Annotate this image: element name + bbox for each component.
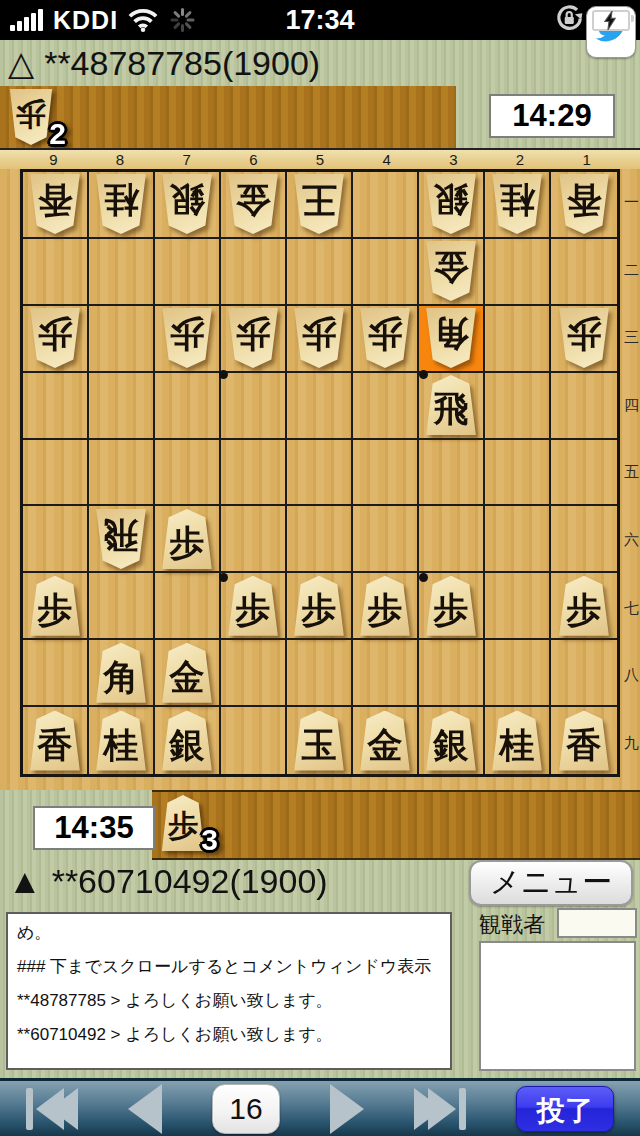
spectators-count-box	[557, 908, 637, 938]
menu-button[interactable]: メニュー	[469, 860, 633, 906]
nav-first-button[interactable]	[26, 1088, 78, 1130]
square-5二[interactable]	[287, 239, 353, 306]
shogi-piece-銀: 銀	[160, 711, 214, 771]
shogi-piece-歩: 歩	[292, 576, 346, 636]
shogi-piece-角: 角	[94, 643, 148, 703]
square-5三[interactable]: 歩	[287, 306, 353, 373]
nav-prev-button[interactable]	[128, 1084, 162, 1134]
square-2九[interactable]: 桂	[485, 707, 551, 774]
square-9三[interactable]: 歩	[23, 306, 89, 373]
square-1七[interactable]: 歩	[551, 573, 617, 640]
square-8八[interactable]: 角	[89, 640, 155, 707]
file-label-4: 4	[353, 150, 420, 169]
square-9一[interactable]: 香	[23, 172, 89, 239]
square-8二[interactable]	[89, 239, 155, 306]
first-move-icon	[26, 1088, 33, 1130]
file-label-1: 1	[553, 150, 620, 169]
rank-label-3: 三	[623, 304, 640, 372]
comment-log[interactable]: め。### 下までスクロールするとコメントウィンドウ表示**48787785 >…	[6, 912, 452, 1070]
gote-player-name: **48787785(1900)	[44, 44, 320, 83]
hoshi-dot	[219, 370, 228, 379]
file-label-6: 6	[220, 150, 287, 169]
square-3三[interactable]: 角	[419, 306, 485, 373]
shogi-piece-金: 金	[226, 174, 280, 234]
square-9五[interactable]	[23, 440, 89, 507]
square-9二[interactable]	[23, 239, 89, 306]
status-bar: KDDI 17:34	[0, 0, 640, 40]
square-7三[interactable]: 歩	[155, 306, 221, 373]
player-gote-row: △ **48787785(1900)	[0, 40, 640, 86]
square-2七[interactable]	[485, 573, 551, 640]
rotation-lock-icon	[554, 3, 584, 37]
square-1一[interactable]: 香	[551, 172, 617, 239]
sente-player-name: **60710492(1900)	[52, 862, 328, 901]
rank-label-7: 七	[623, 574, 640, 642]
hand-tray-gote[interactable]: 歩2	[0, 86, 456, 150]
shogi-piece-玉: 玉	[292, 711, 346, 771]
square-2一[interactable]: 桂	[485, 172, 551, 239]
shogi-piece-歩: 歩	[226, 576, 280, 636]
square-4四[interactable]	[353, 373, 419, 440]
square-8一[interactable]: 桂	[89, 172, 155, 239]
hoshi-dot	[419, 573, 428, 582]
square-4三[interactable]: 歩	[353, 306, 419, 373]
clock-gote: 14:29	[489, 94, 615, 138]
status-clock: 17:34	[0, 5, 640, 36]
square-7五[interactable]	[155, 440, 221, 507]
hand-count: 3	[201, 823, 218, 857]
square-8五[interactable]	[89, 440, 155, 507]
shogi-piece-王: 王	[292, 174, 346, 234]
shogi-piece-歩: 歩	[358, 576, 412, 636]
comment-line: **60710492 > よろしくお願い致します。	[17, 1018, 441, 1052]
shogi-piece-歩: 歩3	[160, 795, 206, 851]
shogi-piece-銀: 銀	[424, 711, 478, 771]
rank-coordinates: 一二三四五六七八九	[623, 169, 640, 777]
square-5四[interactable]	[287, 373, 353, 440]
shogi-piece-歩: 歩	[358, 308, 412, 368]
square-3九[interactable]: 銀	[419, 707, 485, 774]
resign-button[interactable]: 投了	[516, 1086, 614, 1132]
square-7一[interactable]: 銀	[155, 172, 221, 239]
spectators-label: 観戦者	[479, 910, 545, 940]
shogi-piece-歩: 歩	[424, 576, 478, 636]
rank-label-1: 一	[623, 169, 640, 237]
square-6六[interactable]	[221, 506, 287, 573]
square-2五[interactable]	[485, 440, 551, 507]
shogi-piece-歩: 歩	[557, 576, 611, 636]
shogi-piece-金: 金	[358, 711, 412, 771]
square-1六[interactable]	[551, 506, 617, 573]
square-1五[interactable]	[551, 440, 617, 507]
file-coordinates: 987654321	[20, 150, 620, 169]
square-5五[interactable]	[287, 440, 353, 507]
rank-label-4: 四	[623, 372, 640, 440]
square-9四[interactable]	[23, 373, 89, 440]
square-8三[interactable]	[89, 306, 155, 373]
shogi-piece-桂: 桂	[94, 711, 148, 771]
rank-label-5: 五	[623, 439, 640, 507]
gote-mark: △	[8, 43, 34, 83]
hoshi-dot	[419, 370, 428, 379]
file-label-8: 8	[87, 150, 154, 169]
shogi-piece-角: 角	[424, 308, 478, 368]
app-screen: KDDI 17:34	[0, 0, 640, 1136]
move-counter: 16	[212, 1084, 280, 1134]
square-2六[interactable]	[485, 506, 551, 573]
hand-count: 2	[49, 117, 66, 151]
spectators-list[interactable]	[479, 941, 636, 1071]
square-8七[interactable]	[89, 573, 155, 640]
square-3二[interactable]: 金	[419, 239, 485, 306]
shogi-board: 987654321 香桂銀金王銀桂香金歩歩歩歩歩角歩飛飛歩歩歩歩歩歩歩角金香桂銀…	[0, 148, 640, 790]
square-7四[interactable]	[155, 373, 221, 440]
shogi-piece-桂: 桂	[94, 174, 148, 234]
clock-sente: 14:35	[33, 806, 155, 850]
square-7八[interactable]: 金	[155, 640, 221, 707]
square-6九[interactable]	[221, 707, 287, 774]
rank-label-2: 二	[623, 237, 640, 305]
shogi-piece-歩: 歩	[557, 308, 611, 368]
square-1四[interactable]	[551, 373, 617, 440]
square-3四[interactable]: 飛	[419, 373, 485, 440]
square-6四[interactable]	[221, 373, 287, 440]
battery-charging-icon	[592, 10, 630, 31]
shogi-piece-香: 香	[557, 174, 611, 234]
rank-label-9: 九	[623, 709, 640, 777]
shogi-piece-銀: 銀	[160, 174, 214, 234]
square-1二[interactable]	[551, 239, 617, 306]
square-9七[interactable]: 歩	[23, 573, 89, 640]
shogi-piece-飛: 飛	[94, 509, 148, 569]
square-2八[interactable]	[485, 640, 551, 707]
square-6八[interactable]	[221, 640, 287, 707]
square-3八[interactable]	[419, 640, 485, 707]
square-3七[interactable]: 歩	[419, 573, 485, 640]
file-label-3: 3	[420, 150, 487, 169]
nav-last-button[interactable]	[414, 1088, 466, 1130]
square-9九[interactable]: 香	[23, 707, 89, 774]
board-grid: 香桂銀金王銀桂香金歩歩歩歩歩角歩飛飛歩歩歩歩歩歩歩角金香桂銀玉金銀桂香	[20, 169, 620, 777]
square-6七[interactable]: 歩	[221, 573, 287, 640]
square-4八[interactable]	[353, 640, 419, 707]
square-2二[interactable]	[485, 239, 551, 306]
square-7六[interactable]: 歩	[155, 506, 221, 573]
shogi-piece-金: 金	[424, 241, 478, 301]
nav-bar: 16 投了	[0, 1078, 640, 1136]
square-1八[interactable]	[551, 640, 617, 707]
square-5八[interactable]	[287, 640, 353, 707]
hoshi-dot	[219, 573, 228, 582]
square-2三[interactable]	[485, 306, 551, 373]
shogi-piece-歩: 歩	[28, 308, 82, 368]
file-label-7: 7	[153, 150, 220, 169]
shogi-piece-銀: 銀	[424, 174, 478, 234]
comment-line: ### 下までスクロールするとコメントウィンドウ表示	[17, 950, 441, 984]
shogi-piece-歩: 歩	[28, 576, 82, 636]
square-5一[interactable]: 王	[287, 172, 353, 239]
square-7二[interactable]	[155, 239, 221, 306]
file-label-5: 5	[287, 150, 354, 169]
square-4六[interactable]	[353, 506, 419, 573]
shogi-piece-歩: 歩	[292, 308, 346, 368]
comment-line: **48787785 > よろしくお願い致します。	[17, 984, 441, 1018]
square-9六[interactable]	[23, 506, 89, 573]
shogi-piece-香: 香	[557, 711, 611, 771]
square-8六[interactable]: 飛	[89, 506, 155, 573]
shogi-piece-香: 香	[28, 174, 82, 234]
hand-tray-sente[interactable]: 歩3	[152, 790, 640, 860]
square-5六[interactable]	[287, 506, 353, 573]
file-label-2: 2	[487, 150, 554, 169]
square-2四[interactable]	[485, 373, 551, 440]
square-3一[interactable]: 銀	[419, 172, 485, 239]
square-4二[interactable]	[353, 239, 419, 306]
shogi-piece-歩: 歩	[160, 308, 214, 368]
shogi-piece-桂: 桂	[490, 174, 544, 234]
square-6五[interactable]	[221, 440, 287, 507]
square-5九[interactable]: 玉	[287, 707, 353, 774]
square-4九[interactable]: 金	[353, 707, 419, 774]
square-4五[interactable]	[353, 440, 419, 507]
square-7七[interactable]	[155, 573, 221, 640]
shogi-piece-香: 香	[28, 711, 82, 771]
shogi-piece-桂: 桂	[490, 711, 544, 771]
square-3六[interactable]	[419, 506, 485, 573]
square-4一[interactable]	[353, 172, 419, 239]
square-6二[interactable]	[221, 239, 287, 306]
nav-next-button[interactable]	[330, 1084, 364, 1134]
comment-line: め。	[17, 916, 441, 950]
square-4七[interactable]: 歩	[353, 573, 419, 640]
square-6一[interactable]: 金	[221, 172, 287, 239]
shogi-piece-金: 金	[160, 643, 214, 703]
shogi-piece-歩: 歩	[226, 308, 280, 368]
prev-move-icon	[128, 1084, 162, 1134]
square-5七[interactable]: 歩	[287, 573, 353, 640]
square-8九[interactable]: 桂	[89, 707, 155, 774]
file-label-9: 9	[20, 150, 87, 169]
rank-label-8: 八	[623, 642, 640, 710]
square-8四[interactable]	[89, 373, 155, 440]
rank-label-6: 六	[623, 507, 640, 575]
square-9八[interactable]	[23, 640, 89, 707]
sente-mark: ▲	[8, 862, 42, 901]
square-6三[interactable]: 歩	[221, 306, 287, 373]
square-7九[interactable]: 銀	[155, 707, 221, 774]
next-move-icon	[330, 1084, 364, 1134]
shogi-piece-歩: 歩2	[8, 89, 54, 145]
square-3五[interactable]	[419, 440, 485, 507]
square-1三[interactable]: 歩	[551, 306, 617, 373]
shogi-piece-歩: 歩	[160, 509, 214, 569]
shogi-piece-飛: 飛	[424, 375, 478, 435]
square-1九[interactable]: 香	[551, 707, 617, 774]
